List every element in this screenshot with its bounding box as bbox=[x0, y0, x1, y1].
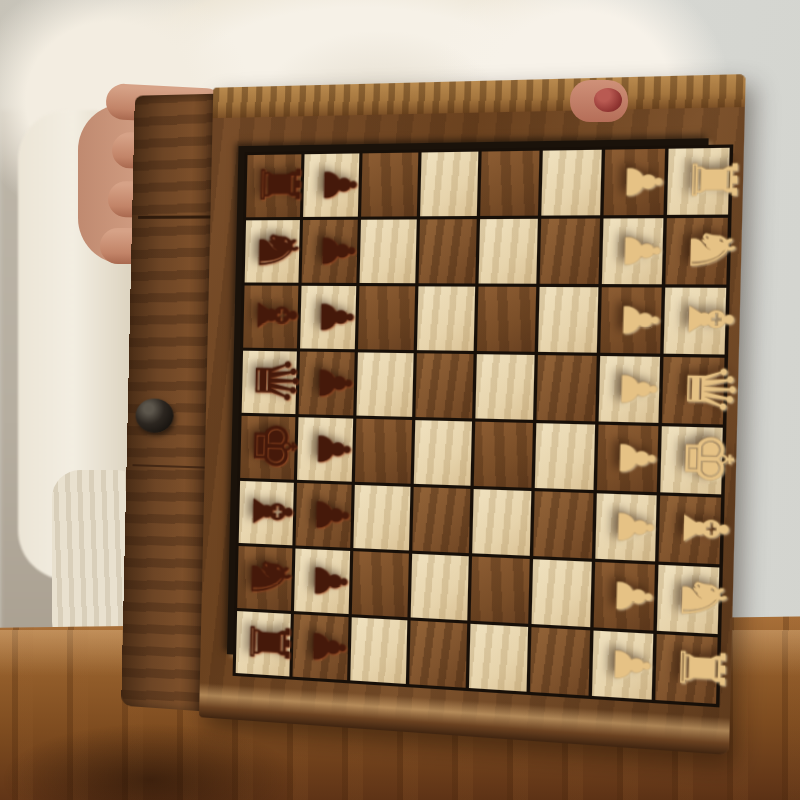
square-r8c5[interactable] bbox=[469, 624, 528, 692]
square-r5c1[interactable]: ♚ bbox=[240, 416, 295, 480]
black-pawn[interactable]: ♟ bbox=[309, 494, 354, 535]
square-r7c5[interactable] bbox=[471, 556, 530, 623]
black-pawn[interactable]: ♟ bbox=[312, 363, 357, 403]
black-rook[interactable]: ♜ bbox=[252, 159, 307, 207]
square-r1c4[interactable] bbox=[420, 152, 478, 217]
right-fingertip bbox=[570, 80, 628, 122]
square-r8c1[interactable]: ♜ bbox=[236, 611, 291, 676]
white-pawn[interactable]: ♟ bbox=[618, 160, 668, 201]
square-r7c4[interactable] bbox=[411, 554, 469, 621]
square-r5c5[interactable] bbox=[474, 422, 533, 488]
square-r1c5[interactable] bbox=[480, 151, 539, 216]
black-bishop[interactable]: ♝ bbox=[249, 291, 304, 339]
white-pawn[interactable]: ♟ bbox=[612, 437, 661, 479]
square-r6c3[interactable] bbox=[353, 485, 410, 551]
square-r5c7[interactable]: ♟ bbox=[597, 425, 658, 492]
square-r1c1[interactable]: ♜ bbox=[246, 154, 301, 217]
square-r4c2[interactable]: ♟ bbox=[299, 352, 355, 416]
square-r8c8[interactable]: ♜ bbox=[655, 634, 717, 704]
square-r3c8[interactable]: ♝ bbox=[664, 288, 727, 355]
square-r2c7[interactable]: ♟ bbox=[602, 218, 664, 284]
square-r7c3[interactable] bbox=[352, 551, 409, 617]
right-fingernail bbox=[594, 88, 622, 112]
black-pawn[interactable]: ♟ bbox=[317, 165, 362, 204]
square-r1c2[interactable]: ♟ bbox=[303, 153, 359, 217]
white-bishop[interactable]: ♝ bbox=[679, 293, 742, 344]
white-pawn[interactable]: ♟ bbox=[610, 505, 659, 548]
square-r6c7[interactable]: ♟ bbox=[595, 493, 656, 561]
square-r3c2[interactable]: ♟ bbox=[300, 286, 356, 349]
square-r4c4[interactable] bbox=[415, 353, 473, 418]
square-r1c7[interactable]: ♟ bbox=[604, 149, 666, 215]
square-r3c1[interactable]: ♝ bbox=[243, 286, 298, 349]
white-knight[interactable]: ♞ bbox=[672, 571, 734, 625]
white-pawn[interactable]: ♟ bbox=[615, 299, 664, 340]
square-r7c8[interactable]: ♞ bbox=[657, 565, 719, 634]
square-r2c8[interactable]: ♞ bbox=[665, 218, 728, 285]
chess-grid: ♜♟♟♜♞♟♟♞♝♟♟♝♛♟♟♛♚♟♟♚♝♟♟♝♞♟♟♞♜♟♟♜ bbox=[233, 144, 734, 707]
box-seam bbox=[138, 215, 212, 218]
black-rook[interactable]: ♜ bbox=[242, 617, 297, 668]
white-knight[interactable]: ♞ bbox=[681, 223, 744, 274]
black-king[interactable]: ♚ bbox=[244, 419, 303, 472]
square-r8c6[interactable] bbox=[530, 627, 590, 696]
square-r5c8[interactable]: ♚ bbox=[660, 426, 723, 494]
box-seam-lower bbox=[132, 464, 206, 468]
black-pawn[interactable]: ♟ bbox=[315, 231, 360, 270]
square-r5c4[interactable] bbox=[414, 420, 472, 486]
square-r3c5[interactable] bbox=[477, 287, 536, 352]
black-knight[interactable]: ♞ bbox=[251, 225, 306, 273]
square-r8c4[interactable] bbox=[409, 621, 467, 688]
square-r3c3[interactable] bbox=[358, 286, 415, 350]
black-knight[interactable]: ♞ bbox=[243, 551, 298, 601]
square-r3c6[interactable] bbox=[538, 287, 598, 353]
square-r5c2[interactable]: ♟ bbox=[297, 417, 353, 481]
square-r6c8[interactable]: ♝ bbox=[659, 496, 722, 565]
square-r8c7[interactable]: ♟ bbox=[592, 631, 653, 700]
square-r2c2[interactable]: ♟ bbox=[302, 220, 358, 283]
square-r7c6[interactable] bbox=[532, 559, 592, 627]
square-r3c4[interactable] bbox=[417, 286, 475, 351]
white-pawn[interactable]: ♟ bbox=[613, 368, 662, 410]
white-bishop[interactable]: ♝ bbox=[674, 502, 736, 555]
square-r6c2[interactable]: ♟ bbox=[296, 483, 352, 548]
square-r1c6[interactable] bbox=[541, 150, 601, 216]
square-r5c6[interactable] bbox=[535, 423, 595, 490]
white-rook[interactable]: ♜ bbox=[671, 640, 733, 694]
square-r7c7[interactable]: ♟ bbox=[594, 562, 655, 631]
square-r2c4[interactable] bbox=[419, 219, 477, 283]
square-r2c1[interactable]: ♞ bbox=[245, 220, 300, 283]
chess-board-box: ♜♟♟♜♞♟♟♞♝♟♟♝♛♟♟♛♚♟♟♚♝♟♟♝♞♟♟♞♜♟♟♜ bbox=[121, 74, 746, 755]
square-r1c3[interactable] bbox=[361, 153, 418, 217]
black-queen[interactable]: ♛ bbox=[246, 354, 305, 406]
square-r8c2[interactable]: ♟ bbox=[292, 614, 348, 680]
black-pawn[interactable]: ♟ bbox=[307, 560, 352, 601]
square-r4c5[interactable] bbox=[475, 354, 534, 420]
white-pawn[interactable]: ♟ bbox=[607, 643, 656, 686]
black-pawn[interactable]: ♟ bbox=[306, 626, 351, 667]
white-king[interactable]: ♚ bbox=[674, 430, 741, 487]
white-pawn[interactable]: ♟ bbox=[617, 230, 667, 271]
black-bishop[interactable]: ♝ bbox=[245, 486, 300, 536]
square-r2c3[interactable] bbox=[360, 219, 417, 283]
square-r6c5[interactable] bbox=[472, 489, 531, 556]
square-r4c8[interactable]: ♛ bbox=[662, 357, 725, 425]
square-r3c7[interactable]: ♟ bbox=[600, 287, 661, 353]
white-queen[interactable]: ♛ bbox=[676, 361, 743, 417]
square-r7c2[interactable]: ♟ bbox=[294, 549, 350, 615]
square-r4c6[interactable] bbox=[536, 355, 596, 421]
square-r8c3[interactable] bbox=[350, 617, 407, 684]
drawer-knob[interactable] bbox=[135, 398, 174, 433]
square-r2c5[interactable] bbox=[479, 219, 538, 284]
square-r6c6[interactable] bbox=[533, 491, 593, 558]
black-pawn[interactable]: ♟ bbox=[310, 429, 355, 469]
square-r2c6[interactable] bbox=[540, 218, 600, 284]
white-pawn[interactable]: ♟ bbox=[608, 574, 657, 617]
square-r6c4[interactable] bbox=[412, 487, 470, 553]
white-rook[interactable]: ♜ bbox=[682, 153, 745, 205]
square-r6c1[interactable]: ♝ bbox=[239, 481, 294, 545]
black-pawn[interactable]: ♟ bbox=[313, 297, 358, 336]
square-r5c3[interactable] bbox=[355, 419, 412, 484]
square-r7c1[interactable]: ♞ bbox=[237, 546, 292, 611]
square-r4c7[interactable]: ♟ bbox=[599, 356, 660, 423]
square-r4c3[interactable] bbox=[356, 352, 413, 417]
square-r1c8[interactable]: ♜ bbox=[667, 148, 730, 215]
square-r4c1[interactable]: ♛ bbox=[242, 351, 297, 414]
